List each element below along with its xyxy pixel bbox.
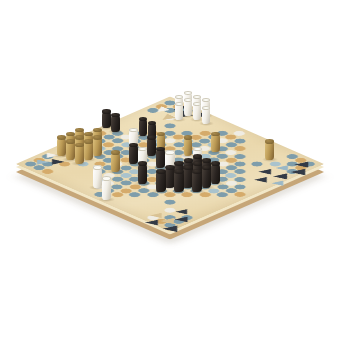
product-photo [0,0,340,340]
game-board [16,96,324,231]
